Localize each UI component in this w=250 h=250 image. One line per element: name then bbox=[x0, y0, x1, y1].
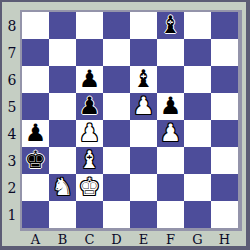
square-e2[interactable] bbox=[130, 174, 157, 201]
square-g2[interactable] bbox=[184, 174, 211, 201]
rank-label-8: 8 bbox=[4, 12, 20, 39]
black-pawn-c5[interactable]: ♟ bbox=[79, 93, 101, 120]
square-a3[interactable]: ♚ bbox=[22, 147, 49, 174]
square-g5[interactable] bbox=[184, 93, 211, 120]
file-label-a: A bbox=[22, 231, 49, 247]
black-bishop-e6[interactable]: ♝ bbox=[133, 66, 155, 93]
file-label-b: B bbox=[49, 231, 76, 247]
rank-label-5: 5 bbox=[4, 93, 20, 120]
square-d6[interactable] bbox=[103, 66, 130, 93]
rank-label-1: 1 bbox=[4, 201, 20, 228]
square-e7[interactable] bbox=[130, 39, 157, 66]
file-label-g: G bbox=[184, 231, 211, 247]
square-d5[interactable] bbox=[103, 93, 130, 120]
rank-label-3: 3 bbox=[4, 147, 20, 174]
square-d2[interactable] bbox=[103, 174, 130, 201]
file-label-d: D bbox=[103, 231, 130, 247]
square-h6[interactable] bbox=[211, 66, 238, 93]
square-f4[interactable]: ♟ bbox=[157, 120, 184, 147]
file-label-c: C bbox=[76, 231, 103, 247]
white-bishop-c3[interactable]: ♝ bbox=[79, 147, 101, 174]
rank-labels: 87654321 bbox=[4, 12, 20, 228]
black-pawn-f5[interactable]: ♟ bbox=[160, 93, 182, 120]
square-b4[interactable] bbox=[49, 120, 76, 147]
white-pawn-c4[interactable]: ♟ bbox=[79, 120, 101, 147]
file-label-e: E bbox=[130, 231, 157, 247]
square-a7[interactable] bbox=[22, 39, 49, 66]
square-d8[interactable] bbox=[103, 12, 130, 39]
square-b3[interactable] bbox=[49, 147, 76, 174]
square-h2[interactable] bbox=[211, 174, 238, 201]
file-labels: ABCDEFGH bbox=[22, 231, 238, 247]
white-king-c2[interactable]: ♚ bbox=[79, 174, 101, 201]
square-c8[interactable] bbox=[76, 12, 103, 39]
square-c4[interactable]: ♟ bbox=[76, 120, 103, 147]
square-a6[interactable] bbox=[22, 66, 49, 93]
square-d7[interactable] bbox=[103, 39, 130, 66]
square-g4[interactable] bbox=[184, 120, 211, 147]
square-h4[interactable] bbox=[211, 120, 238, 147]
square-g8[interactable] bbox=[184, 12, 211, 39]
white-knight-b2[interactable]: ♞ bbox=[52, 174, 74, 201]
square-c6[interactable]: ♟ bbox=[76, 66, 103, 93]
square-e6[interactable]: ♝ bbox=[130, 66, 157, 93]
square-b2[interactable]: ♞ bbox=[49, 174, 76, 201]
square-d4[interactable] bbox=[103, 120, 130, 147]
square-b5[interactable] bbox=[49, 93, 76, 120]
square-h7[interactable] bbox=[211, 39, 238, 66]
square-f5[interactable]: ♟ bbox=[157, 93, 184, 120]
file-label-h: H bbox=[211, 231, 238, 247]
square-g1[interactable] bbox=[184, 201, 211, 228]
square-g7[interactable] bbox=[184, 39, 211, 66]
white-pawn-e5[interactable]: ♟ bbox=[133, 93, 155, 120]
square-b7[interactable] bbox=[49, 39, 76, 66]
square-g3[interactable] bbox=[184, 147, 211, 174]
rank-label-7: 7 bbox=[4, 39, 20, 66]
square-a5[interactable] bbox=[22, 93, 49, 120]
rank-label-6: 6 bbox=[4, 66, 20, 93]
square-c2[interactable]: ♚ bbox=[76, 174, 103, 201]
black-pawn-a4[interactable]: ♟ bbox=[25, 120, 47, 147]
square-c3[interactable]: ♝ bbox=[76, 147, 103, 174]
square-f1[interactable] bbox=[157, 201, 184, 228]
square-b6[interactable] bbox=[49, 66, 76, 93]
square-a8[interactable] bbox=[22, 12, 49, 39]
rank-label-4: 4 bbox=[4, 120, 20, 147]
square-e1[interactable] bbox=[130, 201, 157, 228]
square-d1[interactable] bbox=[103, 201, 130, 228]
square-h1[interactable] bbox=[211, 201, 238, 228]
square-d3[interactable] bbox=[103, 147, 130, 174]
square-c5[interactable]: ♟ bbox=[76, 93, 103, 120]
screenshot-root: { "game": "chess", "position": { "fen": … bbox=[0, 0, 250, 250]
square-g6[interactable] bbox=[184, 66, 211, 93]
square-e3[interactable] bbox=[130, 147, 157, 174]
square-c7[interactable] bbox=[76, 39, 103, 66]
square-a4[interactable]: ♟ bbox=[22, 120, 49, 147]
square-b1[interactable] bbox=[49, 201, 76, 228]
square-a2[interactable] bbox=[22, 174, 49, 201]
square-h8[interactable] bbox=[211, 12, 238, 39]
square-f6[interactable] bbox=[157, 66, 184, 93]
square-h5[interactable] bbox=[211, 93, 238, 120]
black-bishop-f8[interactable]: ♝ bbox=[160, 12, 182, 39]
file-label-f: F bbox=[157, 231, 184, 247]
square-h3[interactable] bbox=[211, 147, 238, 174]
board-panel: 87654321 ABCDEFGH ♝♟♝♟♟♟♟♟♟♚♝♞♚ bbox=[2, 2, 246, 246]
square-e8[interactable] bbox=[130, 12, 157, 39]
black-king-a3[interactable]: ♚ bbox=[25, 147, 47, 174]
square-f7[interactable] bbox=[157, 39, 184, 66]
board-border: ♝♟♝♟♟♟♟♟♟♚♝♞♚ bbox=[20, 10, 242, 231]
square-f3[interactable] bbox=[157, 147, 184, 174]
black-pawn-c6[interactable]: ♟ bbox=[79, 66, 101, 93]
chess-board: ♝♟♝♟♟♟♟♟♟♚♝♞♚ bbox=[22, 12, 238, 228]
square-a1[interactable] bbox=[22, 201, 49, 228]
square-c1[interactable] bbox=[76, 201, 103, 228]
square-f2[interactable] bbox=[157, 174, 184, 201]
white-pawn-f4[interactable]: ♟ bbox=[160, 120, 182, 147]
square-e5[interactable]: ♟ bbox=[130, 93, 157, 120]
square-b8[interactable] bbox=[49, 12, 76, 39]
square-f8[interactable]: ♝ bbox=[157, 12, 184, 39]
square-e4[interactable] bbox=[130, 120, 157, 147]
rank-label-2: 2 bbox=[4, 174, 20, 201]
